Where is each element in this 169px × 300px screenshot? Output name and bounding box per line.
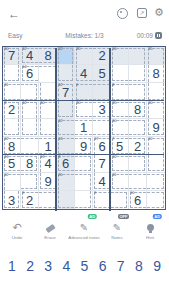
cell-r3c8[interactable] (129, 83, 147, 101)
cell-r7c8[interactable] (129, 155, 147, 173)
cage-sum: 10 (76, 101, 80, 105)
cage-outline (76, 84, 92, 100)
cell-r4c9[interactable]: 10 (147, 101, 165, 119)
cell-r8c8[interactable] (129, 173, 147, 191)
cell-r4c7[interactable]: 15 (111, 101, 129, 119)
cell-r8c9[interactable] (147, 173, 165, 191)
cage-sum: 10 (112, 119, 116, 123)
cell-digit: 2 (26, 193, 33, 208)
cell-r5c9[interactable]: 9 (147, 119, 165, 137)
numpad: 1 2 3 4 5 6 7 8 9 (0, 256, 169, 276)
cell-r5c5[interactable]: 1 (75, 119, 93, 137)
cell-r6c5[interactable]: 9 (75, 137, 93, 155)
cell-r5c7[interactable]: 10 (111, 119, 129, 137)
cage-outline (21, 138, 38, 154)
cell-r7c5[interactable] (75, 155, 93, 173)
cell-r6c4[interactable]: 13 (57, 137, 75, 155)
cage-sum: 12 (58, 47, 62, 51)
cage-sum: 12 (22, 101, 26, 105)
cell-digit: 8 (134, 102, 141, 117)
cell-digit: 6 (98, 139, 105, 154)
cell-r9c5[interactable] (75, 191, 93, 209)
cage-sum: 13 (58, 137, 62, 141)
cage-sum: 12 (4, 173, 8, 177)
cell-r6c2[interactable] (21, 137, 39, 155)
cage-outline (75, 191, 91, 208)
cell-digit: 6 (134, 193, 141, 208)
cell-digit: 8 (44, 48, 51, 63)
cell-digit: 6 (62, 156, 69, 171)
cage-sum: 8 (112, 83, 114, 87)
cell-r1c7[interactable]: 16 (111, 47, 129, 65)
cell-r1c8[interactable] (129, 47, 147, 65)
cell-digit: 9 (44, 174, 51, 189)
cell-r2c7[interactable] (111, 65, 129, 83)
cage-outline (112, 84, 128, 100)
cage-outline (129, 156, 145, 171)
cell-r2c1[interactable] (3, 65, 21, 83)
cell-r7c2[interactable]: 8 (21, 155, 39, 173)
box-line-horizontal-1 (2, 100, 164, 102)
cage-outline (40, 119, 56, 135)
cell-r2c5[interactable]: 4 (75, 65, 93, 83)
cell-r8c7[interactable]: 11 (111, 173, 129, 191)
cell-r3c2[interactable] (21, 83, 39, 101)
cage-outline (147, 192, 164, 208)
cage-outline (111, 192, 127, 208)
cage-sum: 16 (112, 47, 116, 51)
cell-r1c4[interactable]: 12 (57, 47, 75, 65)
fullscreen-icon[interactable]: ↗ (137, 8, 147, 18)
cell-r9c4[interactable] (57, 191, 75, 209)
board: 1071248122021615146458111279882121010315… (2, 46, 166, 210)
cell-digit: 3 (98, 102, 105, 117)
numpad-2[interactable]: 2 (26, 256, 34, 276)
cell-r5c2[interactable] (21, 119, 39, 137)
numpad-3[interactable]: 3 (44, 256, 52, 276)
numpad-7[interactable]: 7 (117, 256, 125, 276)
cell-r9c9[interactable] (147, 191, 165, 209)
cage-outline (75, 174, 91, 190)
timer-value: 00:09 (137, 32, 153, 39)
cage-sum: 10 (130, 191, 134, 195)
cell-r9c2[interactable]: 92 (21, 191, 39, 209)
numpad-4[interactable]: 4 (62, 256, 70, 276)
cell-digit: 5 (98, 66, 105, 81)
theme-palette-icon[interactable] (117, 8, 128, 19)
cell-r2c4[interactable] (57, 65, 75, 83)
cell-digit: 2 (134, 139, 141, 154)
cage-outline (129, 174, 146, 189)
cell-r7c1[interactable]: 135 (3, 155, 21, 173)
cage-sum: 11 (112, 173, 116, 177)
cell-r5c8[interactable] (129, 119, 147, 137)
cage-sum: 12 (22, 47, 26, 51)
cell-r2c9[interactable]: 8 (147, 65, 165, 83)
cell-r6c7[interactable]: 75 (111, 137, 129, 155)
header: ← ↗ ⚙ (0, 6, 169, 22)
cage-sum: 20 (76, 47, 80, 51)
cage-outline (21, 84, 37, 100)
cell-r5c1[interactable] (3, 119, 21, 137)
cell-digit: 6 (26, 66, 33, 81)
cage-sum: 13 (40, 155, 44, 159)
box-line-horizontal-2 (2, 154, 164, 156)
settings-gear-icon[interactable]: ⚙ (154, 7, 164, 18)
cage-sum: 15 (148, 47, 152, 51)
cell-digit: 2 (98, 48, 105, 63)
cage-sum: 17 (94, 137, 98, 141)
cage-sum: 14 (22, 65, 26, 69)
cell-r9c1[interactable]: 3 (3, 191, 21, 209)
cell-r4c4[interactable] (57, 101, 75, 119)
cell-digit: 2 (8, 102, 15, 117)
cage-sum: 12 (58, 83, 62, 87)
cage-sum: 9 (22, 191, 24, 195)
cell-r8c4[interactable]: 20 (57, 173, 75, 191)
cage-outline (4, 119, 19, 135)
cell-r7c7[interactable]: 12 (111, 155, 129, 173)
cage-sum: 20 (58, 173, 62, 177)
cage-sum: 15 (112, 101, 116, 105)
pause-button[interactable] (155, 32, 162, 39)
cell-r3c5[interactable]: 9 (75, 83, 93, 101)
cage-outline (129, 65, 145, 81)
cage-sum: 10 (4, 47, 8, 51)
cell-digit: 4 (80, 66, 87, 81)
cage-sum: 7 (112, 137, 114, 141)
cage-outline (148, 83, 164, 100)
cell-digit: 1 (44, 139, 51, 154)
cell-digit: 1 (80, 120, 87, 135)
back-icon[interactable]: ← (8, 7, 20, 21)
cage-outline (39, 66, 56, 82)
cell-r8c1[interactable]: 12 (3, 173, 21, 191)
cell-r4c2[interactable]: 12 (21, 101, 39, 119)
cage-sum: 9 (94, 191, 96, 195)
numpad-1[interactable]: 1 (8, 256, 16, 276)
cage-outline (129, 84, 145, 100)
cage-outline (112, 65, 128, 81)
hint-badge: AD (153, 214, 162, 219)
cage-sum: 12 (112, 155, 116, 159)
status-bar: Easy Mistakes: 1/3 00:09 (0, 32, 169, 42)
cage-outline (129, 48, 145, 64)
cage-outline (21, 174, 37, 189)
cell-r4c5[interactable]: 10 (75, 101, 93, 119)
cell-r1c1[interactable]: 107 (3, 47, 21, 65)
killer-sudoku-app: ← ↗ ⚙ Easy Mistakes: 1/3 00:09 107124812… (0, 0, 169, 300)
cage-sum: 8 (4, 101, 6, 105)
cage-sum: 13 (4, 155, 8, 159)
box-line-vertical-2 (109, 48, 111, 211)
cage-outline (58, 101, 73, 117)
cell-r8c2[interactable] (21, 173, 39, 191)
cage-outline (93, 84, 110, 100)
numpad-9[interactable]: 9 (153, 256, 161, 276)
cage-sum: 8 (58, 155, 60, 159)
cage-sum: 9 (76, 83, 78, 87)
cage-outline (22, 119, 37, 135)
cage-outline (39, 192, 56, 208)
cell-digit: 9 (152, 120, 159, 135)
hint-label: Hint (134, 235, 167, 240)
box-line-vertical-1 (55, 48, 57, 211)
cell-digit: 9 (80, 139, 87, 154)
cell-r4c1[interactable]: 82 (3, 101, 21, 119)
cell-r2c8[interactable] (129, 65, 147, 83)
cage-sum: 10 (148, 101, 152, 105)
cell-digit: 7 (8, 48, 15, 63)
cage-outline (75, 156, 91, 171)
cell-digit: 4 (26, 48, 33, 63)
cell-r1c2[interactable]: 124 (21, 47, 39, 65)
cage-outline (129, 120, 145, 135)
cell-digit: 4 (98, 174, 105, 189)
cage-outline (40, 83, 56, 100)
cell-r9c7[interactable] (111, 191, 129, 209)
cell-r5c4[interactable]: 12 (57, 119, 75, 137)
hint-button[interactable]: AD Hint (120, 217, 169, 244)
cell-r6c1[interactable]: 128 (3, 137, 21, 155)
cage-outline (148, 155, 164, 171)
cell-r3c7[interactable]: 8 (111, 83, 129, 101)
hint-bulb-icon (147, 224, 154, 231)
numpad-8[interactable]: 8 (135, 256, 143, 276)
cell-digit: 3 (8, 193, 15, 208)
cell-r1c5[interactable]: 20 (75, 47, 93, 65)
cell-r3c9[interactable] (147, 83, 165, 101)
cell-r7c4[interactable]: 86 (57, 155, 75, 173)
cage-sum: 12 (4, 137, 8, 141)
cage-outline (58, 65, 73, 81)
cell-r1c9[interactable]: 15 (147, 47, 165, 65)
cage-sum: 10 (40, 101, 44, 105)
cage-sum: 12 (58, 119, 62, 123)
numpad-6[interactable]: 6 (99, 256, 107, 276)
numpad-5[interactable]: 5 (81, 256, 89, 276)
cell-digit: 7 (62, 85, 69, 100)
cell-digit: 8 (8, 139, 15, 154)
cage-outline (147, 174, 164, 189)
cell-digit: 4 (44, 156, 51, 171)
cell-r6c8[interactable]: 2 (129, 137, 147, 155)
cell-digit: 5 (8, 156, 15, 171)
cell-digit: 7 (98, 156, 105, 171)
cell-r4c8[interactable]: 8 (129, 101, 147, 119)
cell-r3c4[interactable]: 127 (57, 83, 75, 101)
cage-outline (4, 65, 19, 81)
cage-outline (93, 120, 110, 135)
cage-sum: 12 (148, 137, 152, 141)
cage-outline (58, 191, 74, 208)
cell-r3c1[interactable]: 11 (3, 83, 21, 101)
cell-digit: 8 (152, 66, 159, 81)
cell-digit: 8 (26, 156, 33, 171)
cell-r2c2[interactable]: 146 (21, 65, 39, 83)
cage-sum: 11 (4, 83, 8, 87)
toolbar: ↶ Undo Erase ✎ AD Advanced notes ✎ OFF N… (0, 217, 169, 241)
timer-area: 00:09 (137, 32, 162, 39)
cell-r8c5[interactable] (75, 173, 93, 191)
cell-r7c9[interactable] (147, 155, 165, 173)
cell-r9c8[interactable]: 106 (129, 191, 147, 209)
cell-r6c9[interactable]: 12 (147, 137, 165, 155)
cell-digit: 5 (116, 139, 123, 154)
